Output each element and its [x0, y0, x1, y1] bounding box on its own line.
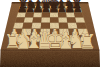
- product-photo-stage: ♜♞♝♛♚♝♞♜♟♟♟♟♟♟♟♟♟♟♟♟♟♟♟♟♜♞♝♛♚♝♞♜: [0, 0, 100, 67]
- piece-black-pawn-h7: ♟: [73, 2, 83, 15]
- pieces: ♜♞♝♛♚♝♞♜♟♟♟♟♟♟♟♟♟♟♟♟♟♟♟♟♜♞♝♛♚♝♞♜: [4, 0, 96, 54]
- chess-set-photo: ♜♞♝♛♚♝♞♜♟♟♟♟♟♟♟♟♟♟♟♟♟♟♟♟♜♞♝♛♚♝♞♜: [0, 0, 100, 67]
- piece-white-rook-h1: ♜: [79, 30, 97, 53]
